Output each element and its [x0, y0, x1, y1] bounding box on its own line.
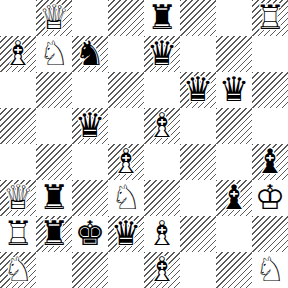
- black-king-icon: ♚: [75, 215, 105, 251]
- white-bishop-icon: ♗: [111, 143, 141, 179]
- square-b5[interactable]: [36, 108, 72, 144]
- square-b8[interactable]: ♛♕: [36, 0, 72, 36]
- black-queen[interactable]: ♛♛: [216, 72, 252, 108]
- square-d1[interactable]: [108, 252, 144, 288]
- black-bishop-icon: ♝: [255, 143, 285, 179]
- square-e4[interactable]: [144, 144, 180, 180]
- square-h6[interactable]: [252, 72, 288, 108]
- black-queen[interactable]: ♛♛: [180, 72, 216, 108]
- white-rook-icon: ♖: [255, 0, 285, 35]
- square-e7[interactable]: ♛♛: [144, 36, 180, 72]
- square-a4[interactable]: [0, 144, 36, 180]
- square-a6[interactable]: [0, 72, 36, 108]
- square-c4[interactable]: [72, 144, 108, 180]
- square-g4[interactable]: [216, 144, 252, 180]
- square-h7[interactable]: [252, 36, 288, 72]
- white-knight[interactable]: ♞♘: [0, 252, 36, 288]
- square-a7[interactable]: ♝♗: [0, 36, 36, 72]
- white-knight[interactable]: ♞♘: [252, 252, 288, 288]
- square-f2[interactable]: [180, 216, 216, 252]
- square-d3[interactable]: ♞♘: [108, 180, 144, 216]
- white-knight-icon: ♘: [3, 251, 33, 287]
- white-bishop[interactable]: ♝♗: [108, 144, 144, 180]
- white-knight-icon: ♘: [111, 179, 141, 215]
- white-bishop[interactable]: ♝♗: [144, 216, 180, 252]
- square-g8[interactable]: [216, 0, 252, 36]
- square-b1[interactable]: [36, 252, 72, 288]
- square-c3[interactable]: [72, 180, 108, 216]
- white-rook-icon: ♖: [3, 215, 33, 251]
- white-knight-icon: ♘: [39, 35, 69, 71]
- white-queen-icon: ♕: [3, 179, 33, 215]
- square-a3[interactable]: ♛♕: [0, 180, 36, 216]
- square-c6[interactable]: [72, 72, 108, 108]
- white-king[interactable]: ♚♔: [252, 180, 288, 216]
- square-d5[interactable]: [108, 108, 144, 144]
- white-bishop[interactable]: ♝♗: [144, 108, 180, 144]
- square-d8[interactable]: [108, 0, 144, 36]
- square-f7[interactable]: [180, 36, 216, 72]
- square-c1[interactable]: [72, 252, 108, 288]
- square-b7[interactable]: ♞♘: [36, 36, 72, 72]
- square-e3[interactable]: [144, 180, 180, 216]
- square-b6[interactable]: [36, 72, 72, 108]
- square-e2[interactable]: ♝♗: [144, 216, 180, 252]
- white-king-icon: ♔: [255, 179, 285, 215]
- square-c2[interactable]: ♚♚: [72, 216, 108, 252]
- square-b2[interactable]: ♜♜: [36, 216, 72, 252]
- square-f3[interactable]: [180, 180, 216, 216]
- square-c7[interactable]: ♞♞: [72, 36, 108, 72]
- square-h1[interactable]: ♞♘: [252, 252, 288, 288]
- white-knight[interactable]: ♞♘: [36, 36, 72, 72]
- black-rook[interactable]: ♜♜: [36, 180, 72, 216]
- black-bishop[interactable]: ♝♝: [216, 180, 252, 216]
- black-queen-icon: ♛: [147, 35, 177, 71]
- black-rook-icon: ♜: [39, 215, 69, 251]
- black-rook-icon: ♜: [147, 0, 177, 35]
- black-bishop[interactable]: ♝♝: [252, 144, 288, 180]
- square-h8[interactable]: ♜♖: [252, 0, 288, 36]
- black-rook[interactable]: ♜♜: [36, 216, 72, 252]
- square-g6[interactable]: ♛♛: [216, 72, 252, 108]
- square-h2[interactable]: [252, 216, 288, 252]
- square-f4[interactable]: [180, 144, 216, 180]
- black-rook[interactable]: ♜♜: [144, 0, 180, 36]
- black-bishop-icon: ♝: [219, 179, 249, 215]
- black-queen[interactable]: ♛♛: [108, 216, 144, 252]
- white-rook[interactable]: ♜♖: [0, 216, 36, 252]
- square-e8[interactable]: ♜♜: [144, 0, 180, 36]
- white-knight[interactable]: ♞♘: [108, 180, 144, 216]
- square-g3[interactable]: ♝♝: [216, 180, 252, 216]
- square-d2[interactable]: ♛♛: [108, 216, 144, 252]
- square-e1[interactable]: ♝♗: [144, 252, 180, 288]
- square-a5[interactable]: [0, 108, 36, 144]
- white-bishop[interactable]: ♝♗: [0, 36, 36, 72]
- square-f5[interactable]: [180, 108, 216, 144]
- black-queen-icon: ♛: [111, 215, 141, 251]
- square-a1[interactable]: ♞♘: [0, 252, 36, 288]
- square-e6[interactable]: [144, 72, 180, 108]
- square-g5[interactable]: [216, 108, 252, 144]
- square-h4[interactable]: ♝♝: [252, 144, 288, 180]
- black-queen[interactable]: ♛♛: [72, 108, 108, 144]
- square-a2[interactable]: ♜♖: [0, 216, 36, 252]
- square-c5[interactable]: ♛♛: [72, 108, 108, 144]
- square-d6[interactable]: [108, 72, 144, 108]
- square-h5[interactable]: [252, 108, 288, 144]
- white-rook[interactable]: ♜♖: [252, 0, 288, 36]
- white-bishop-icon: ♗: [3, 35, 33, 71]
- black-queen-icon: ♛: [219, 71, 249, 107]
- white-queen[interactable]: ♛♕: [0, 180, 36, 216]
- black-queen-icon: ♛: [75, 107, 105, 143]
- square-f8[interactable]: [180, 0, 216, 36]
- white-bishop[interactable]: ♝♗: [144, 252, 180, 288]
- square-g2[interactable]: [216, 216, 252, 252]
- black-queen[interactable]: ♛♛: [144, 36, 180, 72]
- square-b4[interactable]: [36, 144, 72, 180]
- white-queen[interactable]: ♛♕: [36, 0, 72, 36]
- black-king[interactable]: ♚♚: [72, 216, 108, 252]
- square-a8[interactable]: [0, 0, 36, 36]
- white-queen-icon: ♕: [39, 0, 69, 35]
- square-b3[interactable]: ♜♜: [36, 180, 72, 216]
- white-bishop-icon: ♗: [147, 215, 177, 251]
- square-d7[interactable]: [108, 36, 144, 72]
- square-d4[interactable]: ♝♗: [108, 144, 144, 180]
- white-bishop-icon: ♗: [147, 251, 177, 287]
- square-g7[interactable]: [216, 36, 252, 72]
- black-queen-icon: ♛: [183, 71, 213, 107]
- square-e5[interactable]: ♝♗: [144, 108, 180, 144]
- square-f1[interactable]: [180, 252, 216, 288]
- square-h3[interactable]: ♚♔: [252, 180, 288, 216]
- square-f6[interactable]: ♛♛: [180, 72, 216, 108]
- black-knight[interactable]: ♞♞: [72, 36, 108, 72]
- chess-board: ♛♕♜♜♜♖♝♗♞♘♞♞♛♛♛♛♛♛♛♛♝♗♝♗♝♝♛♕♜♜♞♘♝♝♚♔♜♖♜♜…: [0, 0, 288, 288]
- black-rook-icon: ♜: [39, 179, 69, 215]
- square-c8[interactable]: [72, 0, 108, 36]
- white-knight-icon: ♘: [255, 251, 285, 287]
- square-g1[interactable]: [216, 252, 252, 288]
- white-bishop-icon: ♗: [147, 107, 177, 143]
- black-knight-icon: ♞: [75, 35, 105, 71]
